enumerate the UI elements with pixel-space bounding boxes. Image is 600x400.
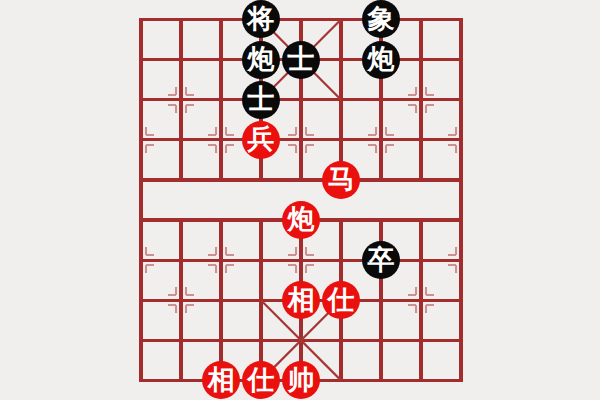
piece-glyph: 相	[288, 286, 315, 313]
piece-red-elephant[interactable]: 相	[282, 281, 320, 319]
piece-black-general[interactable]: 将	[242, 0, 280, 38]
piece-black-cannon[interactable]: 炮	[362, 41, 400, 79]
piece-glyph: 炮	[368, 45, 395, 72]
piece-glyph: 仕	[328, 286, 355, 313]
piece-black-soldier[interactable]: 卒	[362, 241, 400, 279]
piece-glyph: 炮	[288, 205, 315, 232]
piece-black-cannon[interactable]: 炮	[242, 41, 280, 79]
piece-glyph: 将	[248, 5, 275, 32]
piece-red-general[interactable]: 帅	[282, 361, 320, 399]
piece-glyph: 仕	[248, 366, 275, 393]
piece-glyph: 士	[248, 85, 275, 112]
piece-glyph: 士	[288, 45, 315, 72]
piece-red-cannon[interactable]: 炮	[282, 201, 320, 239]
piece-red-advisor[interactable]: 仕	[322, 281, 360, 319]
piece-glyph: 马	[328, 165, 355, 192]
piece-red-horse[interactable]: 马	[322, 161, 360, 199]
xiangqi-board: 将象炮士炮士卒兵马炮相仕相仕帅	[0, 0, 600, 400]
piece-glyph: 帅	[288, 366, 315, 393]
piece-glyph: 相	[208, 366, 235, 393]
piece-red-soldier[interactable]: 兵	[242, 121, 280, 159]
piece-glyph: 象	[368, 5, 395, 32]
piece-black-elephant[interactable]: 象	[362, 0, 400, 38]
piece-layer: 将象炮士炮士卒兵马炮相仕相仕帅	[121, 0, 481, 400]
piece-red-elephant[interactable]: 相	[202, 361, 240, 399]
piece-glyph: 兵	[248, 125, 275, 152]
piece-glyph: 炮	[248, 45, 275, 72]
piece-glyph: 卒	[368, 246, 395, 273]
piece-black-advisor[interactable]: 士	[242, 81, 280, 119]
piece-red-advisor[interactable]: 仕	[242, 361, 280, 399]
piece-black-advisor[interactable]: 士	[282, 41, 320, 79]
